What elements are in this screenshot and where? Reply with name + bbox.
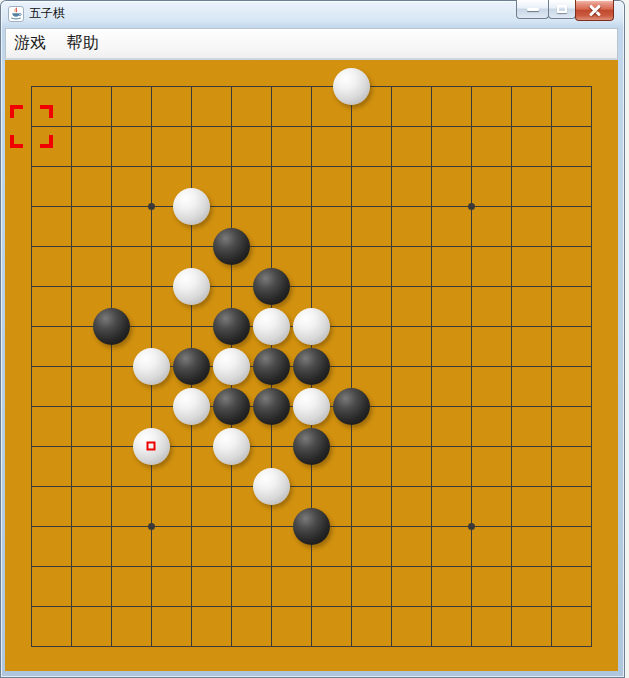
maximize-button[interactable] bbox=[548, 0, 576, 19]
black-stone bbox=[253, 388, 290, 425]
white-stone bbox=[213, 348, 250, 385]
minimize-icon bbox=[527, 8, 539, 11]
white-stone bbox=[253, 308, 290, 345]
last-move-marker bbox=[147, 442, 156, 451]
java-coffee-icon bbox=[8, 6, 24, 22]
menu-bar: 游戏 帮助 bbox=[5, 28, 618, 59]
black-stone bbox=[293, 508, 330, 545]
gomoku-board[interactable] bbox=[5, 60, 618, 671]
black-stone bbox=[213, 308, 250, 345]
white-stone bbox=[173, 388, 210, 425]
title-bar[interactable]: 五子棋 bbox=[0, 0, 625, 28]
menu-item-game[interactable]: 游戏 bbox=[6, 29, 54, 54]
cursor-marker bbox=[10, 105, 53, 148]
white-stone bbox=[133, 428, 170, 465]
black-stone bbox=[293, 348, 330, 385]
black-stone bbox=[213, 388, 250, 425]
white-stone bbox=[293, 388, 330, 425]
gomoku-window: 五子棋 游戏 帮助 bbox=[0, 0, 625, 678]
minimize-button[interactable] bbox=[516, 0, 549, 19]
black-stone bbox=[93, 308, 130, 345]
desktop-background-strip bbox=[625, 0, 629, 678]
star-point bbox=[148, 523, 155, 530]
black-stone bbox=[253, 268, 290, 305]
close-button[interactable] bbox=[575, 0, 614, 21]
white-stone bbox=[333, 68, 370, 105]
white-stone bbox=[293, 308, 330, 345]
white-stone bbox=[213, 428, 250, 465]
black-stone bbox=[293, 428, 330, 465]
close-icon bbox=[588, 3, 602, 17]
black-stone bbox=[173, 348, 210, 385]
star-point bbox=[148, 203, 155, 210]
maximize-icon bbox=[557, 5, 567, 13]
white-stone bbox=[173, 188, 210, 225]
stones-layer bbox=[11, 66, 611, 666]
menu-item-help[interactable]: 帮助 bbox=[58, 29, 106, 54]
white-stone bbox=[133, 348, 170, 385]
white-stone bbox=[173, 268, 210, 305]
black-stone bbox=[253, 348, 290, 385]
black-stone bbox=[213, 228, 250, 265]
window-controls bbox=[517, 0, 614, 21]
white-stone bbox=[253, 468, 290, 505]
window-title: 五子棋 bbox=[29, 0, 65, 27]
black-stone bbox=[333, 388, 370, 425]
star-point bbox=[468, 203, 475, 210]
star-point bbox=[468, 523, 475, 530]
